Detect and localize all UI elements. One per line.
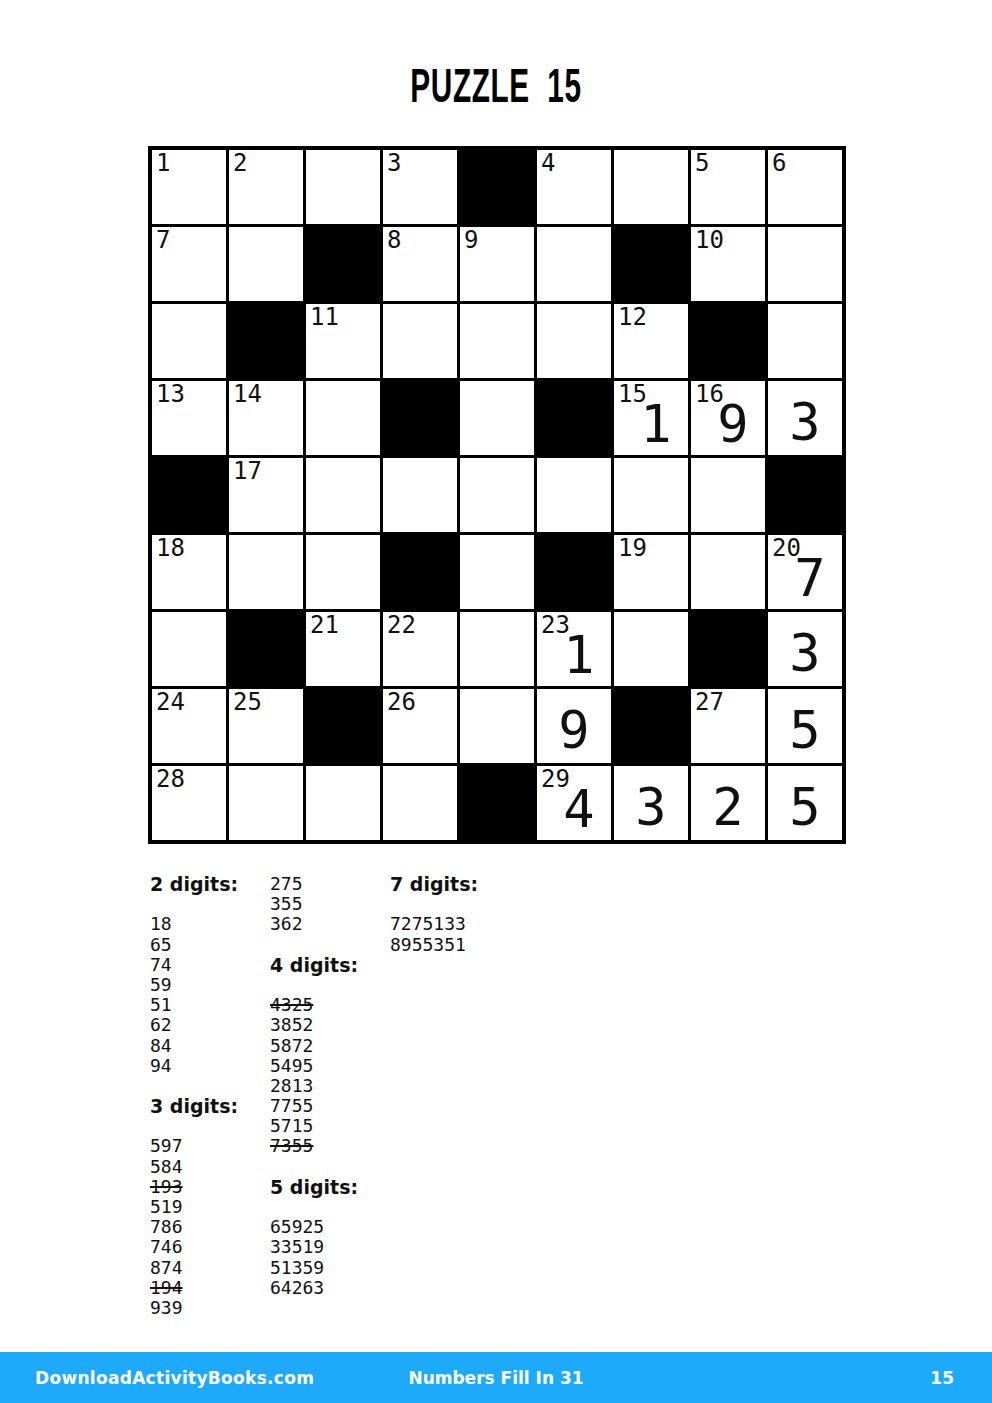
- clue-list-header: 2 digits:: [150, 874, 268, 894]
- clue-list-item: 74: [150, 955, 268, 975]
- clue-list-item: 5872: [270, 1036, 388, 1056]
- grid-cell-r9c2[interactable]: [229, 766, 303, 840]
- clue-number-22: 22: [387, 613, 416, 638]
- clue-list-item: 746: [150, 1237, 268, 1257]
- grid-cell-r1c6[interactable]: 4: [537, 150, 611, 224]
- grid-cell-r5c8[interactable]: [691, 458, 765, 532]
- grid-cell-r1c1[interactable]: 1: [152, 150, 226, 224]
- grid-cell-r4c1[interactable]: 13: [152, 381, 226, 455]
- clue-list-column-3: 7 digits: 72751338955351: [390, 874, 508, 955]
- grid-cell-r6c3[interactable]: [306, 535, 380, 609]
- grid-cell-r6c2[interactable]: [229, 535, 303, 609]
- black-cell-r7c2: [229, 612, 303, 686]
- clue-number-12: 12: [618, 305, 647, 330]
- grid-cell-r7c6[interactable]: 231: [537, 612, 611, 686]
- clue-number-7: 7: [156, 228, 170, 253]
- clue-list-item: 786: [150, 1217, 268, 1237]
- grid-cell-r9c9[interactable]: 5: [768, 766, 842, 840]
- clue-number-28: 28: [156, 767, 185, 792]
- clue-number-10: 10: [695, 228, 724, 253]
- clue-number-4: 4: [541, 151, 555, 176]
- clue-list-item: 362: [270, 914, 388, 934]
- clue-list-item: 5715: [270, 1116, 388, 1136]
- clue-list-item: 33519: [270, 1237, 388, 1257]
- footer-puzzle-series-label: Numbers Fill In 31: [0, 1368, 992, 1388]
- grid-cell-r2c4[interactable]: 8: [383, 227, 457, 301]
- clue-list-spacer: [390, 894, 508, 914]
- clue-list-column-2: 275355362 4 digits: 43253852587254952813…: [270, 874, 388, 1298]
- clue-list-item: 64263: [270, 1278, 388, 1298]
- grid-cell-r3c4[interactable]: [383, 304, 457, 378]
- clue-list-item: 355: [270, 894, 388, 914]
- clue-list-item: 65925: [270, 1217, 388, 1237]
- black-cell-r1c5: [460, 150, 534, 224]
- clue-list-header: 4 digits:: [270, 955, 388, 975]
- clue-list-item: 939: [150, 1298, 268, 1318]
- grid-cell-r1c4[interactable]: 3: [383, 150, 457, 224]
- clue-number-9: 9: [464, 228, 478, 253]
- clue-list-item: 275: [270, 874, 388, 894]
- grid-cell-r3c5[interactable]: [460, 304, 534, 378]
- grid-cell-r6c8[interactable]: [691, 535, 765, 609]
- clue-list-item: 51: [150, 995, 268, 1015]
- clue-number-24: 24: [156, 690, 185, 715]
- black-cell-r4c6: [537, 381, 611, 455]
- grid-cell-r3c3[interactable]: 11: [306, 304, 380, 378]
- grid-cell-r1c9[interactable]: 6: [768, 150, 842, 224]
- clue-list-item: 51359: [270, 1258, 388, 1278]
- grid-cell-r9c1[interactable]: 28: [152, 766, 226, 840]
- clue-list-header: 5 digits:: [270, 1177, 388, 1197]
- black-cell-r3c8: [691, 304, 765, 378]
- grid-cell-r1c2[interactable]: 2: [229, 150, 303, 224]
- cell-value: 9: [691, 381, 765, 455]
- grid-cell-r5c3[interactable]: [306, 458, 380, 532]
- cell-value: 3: [768, 612, 842, 686]
- grid-cell-r4c7[interactable]: 151: [614, 381, 688, 455]
- grid-cell-r8c2[interactable]: 25: [229, 689, 303, 763]
- grid-cell-r7c3[interactable]: 21: [306, 612, 380, 686]
- grid-cell-r1c7[interactable]: [614, 150, 688, 224]
- puzzle-title: PUZZLE 15: [188, 58, 803, 113]
- clue-number-2: 2: [233, 151, 247, 176]
- clue-number-25: 25: [233, 690, 262, 715]
- grid-cell-r1c8[interactable]: 5: [691, 150, 765, 224]
- cell-value: 5: [768, 766, 842, 840]
- clue-list-item: 597: [150, 1136, 268, 1156]
- clue-list-item: 65: [150, 935, 268, 955]
- grid-cell-r5c2[interactable]: 17: [229, 458, 303, 532]
- clue-list-spacer: [150, 1076, 268, 1096]
- grid-cell-r7c1[interactable]: [152, 612, 226, 686]
- black-cell-r5c9: [768, 458, 842, 532]
- black-cell-r4c4: [383, 381, 457, 455]
- black-cell-r6c4: [383, 535, 457, 609]
- clue-list-item: 8955351: [390, 935, 508, 955]
- grid-cell-r8c5[interactable]: [460, 689, 534, 763]
- clue-list-item: 94: [150, 1056, 268, 1076]
- black-cell-r3c2: [229, 304, 303, 378]
- clue-list-spacer: [150, 894, 268, 914]
- grid-cell-r7c7[interactable]: [614, 612, 688, 686]
- clue-number-21: 21: [310, 613, 339, 638]
- grid-cell-r6c5[interactable]: [460, 535, 534, 609]
- grid-cell-r9c4[interactable]: [383, 766, 457, 840]
- grid-cell-r7c4[interactable]: 22: [383, 612, 457, 686]
- grid-cell-r3c7[interactable]: 12: [614, 304, 688, 378]
- clue-list-item: 62: [150, 1015, 268, 1035]
- clue-list-header: 7 digits:: [390, 874, 508, 894]
- clue-list-spacer: [270, 1197, 388, 1217]
- grid-cell-r4c5[interactable]: [460, 381, 534, 455]
- clue-number-5: 5: [695, 151, 709, 176]
- black-cell-r7c8: [691, 612, 765, 686]
- clue-list-item: 2813: [270, 1076, 388, 1096]
- cell-value: 3: [614, 766, 688, 840]
- grid-cell-r8c4[interactable]: 26: [383, 689, 457, 763]
- grid-cell-r5c5[interactable]: [460, 458, 534, 532]
- clue-list-item: 18: [150, 914, 268, 934]
- grid-cell-r8c6[interactable]: 9: [537, 689, 611, 763]
- clue-list-item: 5495: [270, 1056, 388, 1076]
- grid-cell-r8c8[interactable]: 27: [691, 689, 765, 763]
- clue-list-item: 3852: [270, 1015, 388, 1035]
- clue-number-1: 1: [156, 151, 170, 176]
- grid-cell-r7c5[interactable]: [460, 612, 534, 686]
- clue-list-item: 519: [150, 1197, 268, 1217]
- clue-number-27: 27: [695, 690, 724, 715]
- grid-cell-r9c3[interactable]: [306, 766, 380, 840]
- grid-cell-r2c2[interactable]: [229, 227, 303, 301]
- grid-cell-r3c9[interactable]: [768, 304, 842, 378]
- clue-list-item-crossed: 194: [150, 1278, 268, 1298]
- grid-cell-r2c6[interactable]: [537, 227, 611, 301]
- clue-number-26: 26: [387, 690, 416, 715]
- grid-cell-r6c9[interactable]: 207: [768, 535, 842, 609]
- puzzle-grid: 1234567891011121314151169317181920721222…: [148, 146, 846, 844]
- grid-cell-r6c7[interactable]: 19: [614, 535, 688, 609]
- cell-value: 4: [537, 766, 611, 840]
- clue-list-spacer: [270, 975, 388, 995]
- clue-list-item: 7275133: [390, 914, 508, 934]
- grid-cell-r9c8[interactable]: 2: [691, 766, 765, 840]
- grid-cell-r7c9[interactable]: 3: [768, 612, 842, 686]
- clue-list-item-crossed: 7355: [270, 1136, 388, 1156]
- grid-cell-r8c9[interactable]: 5: [768, 689, 842, 763]
- clue-list-item: 84: [150, 1036, 268, 1056]
- cell-value: 3: [768, 381, 842, 455]
- black-cell-r2c7: [614, 227, 688, 301]
- grid-cell-r6c1[interactable]: 18: [152, 535, 226, 609]
- grid-cell-r5c6[interactable]: [537, 458, 611, 532]
- black-cell-r5c1: [152, 458, 226, 532]
- black-cell-r6c6: [537, 535, 611, 609]
- clue-list-column-1: 2 digits: 1865745951628494 3 digits: 597…: [150, 874, 268, 1318]
- grid-cell-r2c9[interactable]: [768, 227, 842, 301]
- grid-cell-r8c1[interactable]: 24: [152, 689, 226, 763]
- cell-value: 5: [768, 689, 842, 763]
- grid-cell-r3c6[interactable]: [537, 304, 611, 378]
- grid-cell-r4c3[interactable]: [306, 381, 380, 455]
- footer-page-number: 15: [930, 1368, 954, 1388]
- cell-value: 9: [537, 689, 611, 763]
- grid-cell-r9c7[interactable]: 3: [614, 766, 688, 840]
- clue-list-header: 3 digits:: [150, 1096, 268, 1116]
- grid-cell-r5c4[interactable]: [383, 458, 457, 532]
- clue-number-14: 14: [233, 382, 262, 407]
- clue-list-item: 7755: [270, 1096, 388, 1116]
- grid-cell-r9c6[interactable]: 294: [537, 766, 611, 840]
- black-cell-r9c5: [460, 766, 534, 840]
- grid-cell-r4c8[interactable]: 169: [691, 381, 765, 455]
- clue-number-18: 18: [156, 536, 185, 561]
- clue-list-spacer: [270, 935, 388, 955]
- grid-cell-r2c5[interactable]: 9: [460, 227, 534, 301]
- footer-bar: DownloadActivityBooks.com Numbers Fill I…: [0, 1352, 992, 1403]
- black-cell-r8c3: [306, 689, 380, 763]
- clue-number-13: 13: [156, 382, 185, 407]
- black-cell-r8c7: [614, 689, 688, 763]
- grid-cell-r4c9[interactable]: 3: [768, 381, 842, 455]
- grid-cell-r3c1[interactable]: [152, 304, 226, 378]
- clue-list-spacer: [150, 1116, 268, 1136]
- cell-value: 2: [691, 766, 765, 840]
- grid-cell-r5c7[interactable]: [614, 458, 688, 532]
- grid-cell-r4c2[interactable]: 14: [229, 381, 303, 455]
- clue-number-8: 8: [387, 228, 401, 253]
- grid-cell-r2c1[interactable]: 7: [152, 227, 226, 301]
- grid-cell-r1c3[interactable]: [306, 150, 380, 224]
- clue-list-item-crossed: 193: [150, 1177, 268, 1197]
- clue-list-item-crossed: 4325: [270, 995, 388, 1015]
- black-cell-r2c3: [306, 227, 380, 301]
- clue-number-19: 19: [618, 536, 647, 561]
- clue-list-spacer: [270, 1157, 388, 1177]
- cell-value: 1: [614, 381, 688, 455]
- grid-cell-r2c8[interactable]: 10: [691, 227, 765, 301]
- clue-number-11: 11: [310, 305, 339, 330]
- clue-number-6: 6: [772, 151, 786, 176]
- clue-list-item: 584: [150, 1157, 268, 1177]
- clue-list-item: 874: [150, 1258, 268, 1278]
- cell-value: 7: [768, 535, 842, 609]
- clue-list-item: 59: [150, 975, 268, 995]
- clue-number-3: 3: [387, 151, 401, 176]
- clue-number-17: 17: [233, 459, 262, 484]
- cell-value: 1: [537, 612, 611, 686]
